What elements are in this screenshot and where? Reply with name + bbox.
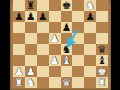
square-g1[interactable] <box>84 77 96 88</box>
piece-black-rook[interactable]: ♜ <box>26 0 35 10</box>
square-g3[interactable] <box>84 55 96 66</box>
square-h1[interactable]: ♜ <box>96 77 108 88</box>
square-c4[interactable] <box>37 44 49 55</box>
piece-white-rook[interactable]: ♜ <box>14 77 23 88</box>
square-g4[interactable] <box>84 44 96 55</box>
piece-white-pawn[interactable]: ♟ <box>26 66 35 77</box>
square-g6[interactable] <box>84 22 96 33</box>
piece-white-knight[interactable]: ♞ <box>26 77 35 88</box>
letterbox-background: ♜♚♞♟♟♟♟♟♟♞♛♟♝♝♟♟♚♜♞♛♜ <box>0 0 120 90</box>
square-e6[interactable]: ♟ <box>61 22 73 33</box>
square-d1[interactable] <box>49 77 61 88</box>
square-e8[interactable]: ♚ <box>61 0 73 11</box>
piece-white-queen[interactable]: ♛ <box>62 77 71 88</box>
square-a6[interactable] <box>13 22 25 33</box>
chess-board[interactable]: ♜♚♞♟♟♟♟♟♟♞♛♟♝♝♟♟♚♜♞♛♜ <box>13 0 108 88</box>
piece-white-knight[interactable]: ♞ <box>85 0 94 10</box>
square-c3[interactable] <box>37 55 49 66</box>
square-c7[interactable]: ♟ <box>37 11 49 22</box>
square-b4[interactable] <box>25 44 37 55</box>
square-f1[interactable] <box>72 77 84 88</box>
chess-board-frame: ♜♚♞♟♟♟♟♟♟♞♛♟♝♝♟♟♚♜♞♛♜ <box>10 0 111 90</box>
square-a7[interactable]: ♟ <box>13 11 25 22</box>
square-d5[interactable]: ♟ <box>49 33 61 44</box>
square-b5[interactable] <box>25 33 37 44</box>
square-d7[interactable] <box>49 11 61 22</box>
square-h8[interactable] <box>96 0 108 11</box>
piece-white-rook[interactable]: ♜ <box>97 77 106 88</box>
square-f4[interactable] <box>72 44 84 55</box>
square-a5[interactable] <box>13 33 25 44</box>
piece-black-queen[interactable]: ♛ <box>97 44 106 55</box>
piece-white-bishop[interactable]: ♝ <box>62 55 71 66</box>
square-g2[interactable] <box>84 66 96 77</box>
piece-white-pawn[interactable]: ♟ <box>50 33 59 44</box>
square-d8[interactable] <box>49 0 61 11</box>
square-h7[interactable] <box>96 11 108 22</box>
square-f3[interactable] <box>72 55 84 66</box>
square-f5[interactable] <box>72 33 84 44</box>
square-b7[interactable]: ♟ <box>25 11 37 22</box>
square-f6[interactable] <box>72 22 84 33</box>
piece-black-pawn[interactable]: ♟ <box>14 11 23 22</box>
square-a4[interactable] <box>13 44 25 55</box>
square-e1[interactable]: ♛ <box>61 77 73 88</box>
square-f8[interactable] <box>72 0 84 11</box>
square-d3[interactable]: ♟ <box>49 55 61 66</box>
square-c5[interactable] <box>37 33 49 44</box>
piece-white-pawn[interactable]: ♟ <box>14 66 23 77</box>
square-b1[interactable]: ♞ <box>25 77 37 88</box>
square-a1[interactable]: ♜ <box>13 77 25 88</box>
square-h6[interactable] <box>96 22 108 33</box>
square-c2[interactable] <box>37 66 49 77</box>
piece-black-bishop[interactable]: ♝ <box>97 55 106 66</box>
square-d2[interactable] <box>49 66 61 77</box>
square-g7[interactable]: ♟ <box>84 11 96 22</box>
piece-white-pawn[interactable]: ♟ <box>50 55 59 66</box>
square-e3[interactable]: ♝ <box>61 55 73 66</box>
square-c6[interactable] <box>37 22 49 33</box>
square-f7[interactable] <box>72 11 84 22</box>
square-c1[interactable] <box>37 77 49 88</box>
square-f2[interactable] <box>72 66 84 77</box>
piece-black-king[interactable]: ♚ <box>62 0 71 10</box>
piece-black-pawn[interactable]: ♟ <box>85 11 94 22</box>
piece-white-king[interactable]: ♚ <box>97 66 106 77</box>
piece-black-knight[interactable]: ♞ <box>62 44 71 55</box>
piece-black-pawn[interactable]: ♟ <box>26 11 35 22</box>
square-b6[interactable] <box>25 22 37 33</box>
piece-black-pawn[interactable]: ♟ <box>62 22 71 33</box>
square-g5[interactable] <box>84 33 96 44</box>
piece-black-pawn[interactable]: ♟ <box>38 11 47 22</box>
